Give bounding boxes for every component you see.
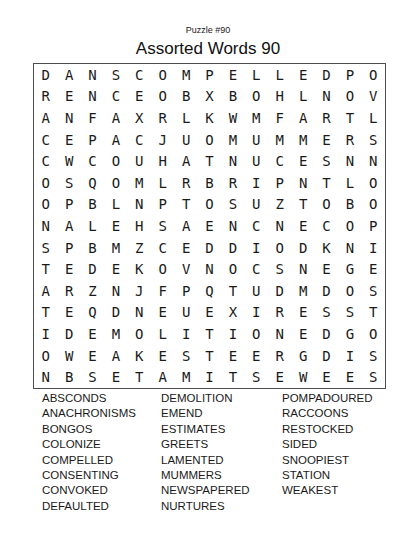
grid-cell-r8c14[interactable]: O <box>338 215 361 237</box>
word-item[interactable]: ESTIMATES <box>161 422 279 437</box>
grid-cell-r8c7[interactable]: A <box>174 215 197 237</box>
grid-cell-r1c9[interactable]: E <box>221 64 244 86</box>
word-item[interactable]: NEWSPAPERED <box>161 483 279 498</box>
word-item[interactable]: DEMOLITION <box>161 391 279 406</box>
grid-cell-r3c6[interactable]: R <box>151 107 174 129</box>
grid-cell-r6c13[interactable]: T <box>315 172 338 194</box>
grid-cell-r12c13[interactable]: S <box>315 302 338 324</box>
grid-cell-r6c6[interactable]: L <box>151 172 174 194</box>
grid-cell-r8c8[interactable]: E <box>198 215 221 237</box>
grid-cell-r12c3[interactable]: Q <box>81 302 104 324</box>
grid-cell-r7c11[interactable]: Z <box>268 194 291 216</box>
grid-cell-r2c5[interactable]: E <box>128 86 151 108</box>
grid-cell-r3c13[interactable]: R <box>315 107 338 129</box>
grid-cell-r14c3[interactable]: E <box>81 345 104 367</box>
grid-cell-r7c14[interactable]: B <box>338 194 361 216</box>
grid-cell-r11c3[interactable]: Z <box>81 280 104 302</box>
grid-cell-r1c13[interactable]: D <box>315 64 338 86</box>
grid-cell-r9c12[interactable]: D <box>291 237 314 259</box>
grid-cell-r3c10[interactable]: M <box>245 107 268 129</box>
grid-cell-r15c7[interactable]: M <box>174 366 197 388</box>
grid-cell-r3c8[interactable]: K <box>198 107 221 129</box>
grid-cell-r3c15[interactable]: L <box>362 107 385 129</box>
grid-cell-r8c12[interactable]: E <box>291 215 314 237</box>
word-item[interactable]: LAMENTED <box>161 453 279 468</box>
grid-cell-r3c1[interactable]: A <box>34 107 57 129</box>
grid-cell-r4c11[interactable]: M <box>268 129 291 151</box>
grid-cell-r11c1[interactable]: A <box>34 280 57 302</box>
grid-cell-r10c3[interactable]: D <box>81 258 104 280</box>
grid-cell-r3c5[interactable]: X <box>128 107 151 129</box>
grid-cell-r10c4[interactable]: E <box>104 258 127 280</box>
grid-cell-r6c10[interactable]: I <box>245 172 268 194</box>
word-item[interactable]: MUMMERS <box>161 468 279 483</box>
grid-cell-r3c4[interactable]: A <box>104 107 127 129</box>
grid-cell-r13c12[interactable]: E <box>291 323 314 345</box>
grid-cell-r7c15[interactable]: O <box>362 194 385 216</box>
grid-cell-r14c12[interactable]: G <box>291 345 314 367</box>
grid-cell-r10c13[interactable]: E <box>315 258 338 280</box>
word-item[interactable]: ABSCONDS <box>42 391 160 406</box>
word-item[interactable]: WEAKEST <box>282 483 400 498</box>
grid-cell-r12c7[interactable]: U <box>174 302 197 324</box>
grid-cell-r9c15[interactable]: I <box>362 237 385 259</box>
grid-cell-r9c9[interactable]: D <box>221 237 244 259</box>
grid-cell-r14c2[interactable]: W <box>57 345 80 367</box>
grid-cell-r12c5[interactable]: N <box>128 302 151 324</box>
grid-cell-r15c11[interactable]: E <box>268 366 291 388</box>
grid-cell-r11c10[interactable]: U <box>245 280 268 302</box>
grid-cell-r10c9[interactable]: O <box>221 258 244 280</box>
grid-cell-r5c4[interactable]: O <box>104 150 127 172</box>
grid-cell-r10c5[interactable]: K <box>128 258 151 280</box>
grid-cell-r1c15[interactable]: O <box>362 64 385 86</box>
grid-cell-r7c7[interactable]: T <box>174 194 197 216</box>
grid-cell-r10c10[interactable]: C <box>245 258 268 280</box>
grid-cell-r8c4[interactable]: E <box>104 215 127 237</box>
grid-cell-r10c1[interactable]: T <box>34 258 57 280</box>
grid-cell-r15c15[interactable]: S <box>362 366 385 388</box>
grid-cell-r9c13[interactable]: K <box>315 237 338 259</box>
grid-cell-r5c11[interactable]: C <box>268 150 291 172</box>
grid-cell-r12c8[interactable]: E <box>198 302 221 324</box>
grid-cell-r15c6[interactable]: A <box>151 366 174 388</box>
grid-cell-r11c2[interactable]: R <box>57 280 80 302</box>
grid-cell-r2c10[interactable]: O <box>245 86 268 108</box>
grid-cell-r1c7[interactable]: M <box>174 64 197 86</box>
grid-cell-r5c1[interactable]: C <box>34 150 57 172</box>
word-item[interactable]: SIDED <box>282 437 400 452</box>
grid-cell-r2c13[interactable]: N <box>315 86 338 108</box>
grid-cell-r13c1[interactable]: I <box>34 323 57 345</box>
grid-cell-r2c4[interactable]: C <box>104 86 127 108</box>
grid-cell-r4c14[interactable]: R <box>338 129 361 151</box>
word-list-column-3: POMPADOUREDRACCOONSRESTOCKEDSIDEDSNOOPIE… <box>282 391 400 499</box>
grid-cell-r6c4[interactable]: O <box>104 172 127 194</box>
grid-cell-r2c8[interactable]: X <box>198 86 221 108</box>
grid-cell-r5c15[interactable]: N <box>362 150 385 172</box>
grid-cell-r1c5[interactable]: C <box>128 64 151 86</box>
word-list-column-2: DEMOLITIONEMENDESTIMATESGREETSLAMENTEDMU… <box>161 391 279 514</box>
grid-cell-r14c7[interactable]: S <box>174 345 197 367</box>
grid-cell-r11c11[interactable]: D <box>268 280 291 302</box>
grid-cell-r2c14[interactable]: O <box>338 86 361 108</box>
grid-cell-r7c4[interactable]: L <box>104 194 127 216</box>
grid-cell-r1c2[interactable]: A <box>57 64 80 86</box>
grid-cell-r10c12[interactable]: N <box>291 258 314 280</box>
grid-cell-r10c2[interactable]: E <box>57 258 80 280</box>
grid-cell-r15c14[interactable]: E <box>338 366 361 388</box>
word-item[interactable]: COMPELLED <box>42 453 160 468</box>
grid-cell-r6c3[interactable]: Q <box>81 172 104 194</box>
grid-cell-r11c13[interactable]: D <box>315 280 338 302</box>
grid-cell-r9c7[interactable]: E <box>174 237 197 259</box>
grid-cell-r1c14[interactable]: P <box>338 64 361 86</box>
grid-cell-r10c7[interactable]: V <box>174 258 197 280</box>
grid-cell-r4c10[interactable]: U <box>245 129 268 151</box>
grid-cell-r2c15[interactable]: V <box>362 86 385 108</box>
grid-cell-r13c9[interactable]: I <box>221 323 244 345</box>
grid-cell-r13c14[interactable]: G <box>338 323 361 345</box>
grid-cell-r5c13[interactable]: S <box>315 150 338 172</box>
puzzle-number-label: Puzzle #90 <box>0 25 416 35</box>
grid-cell-r3c2[interactable]: N <box>57 107 80 129</box>
grid-cell-r12c1[interactable]: T <box>34 302 57 324</box>
grid-cell-r4c15[interactable]: S <box>362 129 385 151</box>
grid-cell-r3c3[interactable]: F <box>81 107 104 129</box>
grid-cell-r9c14[interactable]: N <box>338 237 361 259</box>
grid-cell-r11c4[interactable]: N <box>104 280 127 302</box>
word-item[interactable]: DEFAULTED <box>42 499 160 514</box>
grid-cell-r14c1[interactable]: O <box>34 345 57 367</box>
grid-cell-r3c11[interactable]: F <box>268 107 291 129</box>
grid-cell-r2c2[interactable]: E <box>57 86 80 108</box>
word-item[interactable]: ANACHRONISMS <box>42 406 160 421</box>
grid-cell-r9c8[interactable]: D <box>198 237 221 259</box>
grid-cell-r15c4[interactable]: E <box>104 366 127 388</box>
grid-cell-r7c5[interactable]: N <box>128 194 151 216</box>
grid-cell-r9c4[interactable]: M <box>104 237 127 259</box>
grid-cell-r3c12[interactable]: A <box>291 107 314 129</box>
grid-cell-r11c5[interactable]: J <box>128 280 151 302</box>
grid-cell-r15c1[interactable]: N <box>34 366 57 388</box>
grid-cell-r11c7[interactable]: P <box>174 280 197 302</box>
grid-cell-r9c2[interactable]: P <box>57 237 80 259</box>
grid-cell-r4c6[interactable]: J <box>151 129 174 151</box>
grid-cell-r3c9[interactable]: W <box>221 107 244 129</box>
grid-cell-r11c9[interactable]: T <box>221 280 244 302</box>
grid-cell-r1c12[interactable]: E <box>291 64 314 86</box>
word-item[interactable]: COLONIZE <box>42 437 160 452</box>
grid-cell-r2c1[interactable]: R <box>34 86 57 108</box>
grid-cell-r6c7[interactable]: R <box>174 172 197 194</box>
page-title: Assorted Words 90 <box>0 39 416 59</box>
grid-cell-r1c4[interactable]: S <box>104 64 127 86</box>
grid-cell-r7c3[interactable]: B <box>81 194 104 216</box>
word-item[interactable]: RESTOCKED <box>282 422 400 437</box>
grid-cell-r15c3[interactable]: S <box>81 366 104 388</box>
grid-cell-r4c9[interactable]: M <box>221 129 244 151</box>
grid-cell-r10c11[interactable]: S <box>268 258 291 280</box>
grid-cell-r2c11[interactable]: H <box>268 86 291 108</box>
grid-cell-r14c4[interactable]: A <box>104 345 127 367</box>
grid-cell-r3c14[interactable]: T <box>338 107 361 129</box>
grid-cell-r1c11[interactable]: L <box>268 64 291 86</box>
grid-cell-r9c1[interactable]: S <box>34 237 57 259</box>
grid-cell-r10c6[interactable]: O <box>151 258 174 280</box>
grid-cell-r6c1[interactable]: O <box>34 172 57 194</box>
word-item[interactable]: EMEND <box>161 406 279 421</box>
grid-cell-r4c5[interactable]: C <box>128 129 151 151</box>
grid-cell-r9c5[interactable]: Z <box>128 237 151 259</box>
grid-cell-r7c10[interactable]: U <box>245 194 268 216</box>
grid-cell-r5c12[interactable]: E <box>291 150 314 172</box>
grid-cell-r5c9[interactable]: N <box>221 150 244 172</box>
grid-cell-r12c15[interactable]: T <box>362 302 385 324</box>
puzzle-sheet: Puzzle #90 Assorted Words 90 DANSCOMPELL… <box>0 0 416 539</box>
word-item[interactable]: GREETS <box>161 437 279 452</box>
word-search-grid: DANSCOMPELLEDPORENCEOBXBOHLNOVANFAXRLKWM… <box>33 63 386 389</box>
grid-cell-r14c6[interactable]: E <box>151 345 174 367</box>
grid-cell-r14c8[interactable]: T <box>198 345 221 367</box>
grid-cell-r1c1[interactable]: D <box>34 64 57 86</box>
word-item[interactable]: POMPADOURED <box>282 391 400 406</box>
grid-cell-r9c6[interactable]: C <box>151 237 174 259</box>
grid-cell-r7c8[interactable]: O <box>198 194 221 216</box>
grid-cell-r7c13[interactable]: O <box>315 194 338 216</box>
grid-cell-r13c5[interactable]: O <box>128 323 151 345</box>
word-item[interactable]: NURTURES <box>161 499 279 514</box>
grid-cell-r13c4[interactable]: M <box>104 323 127 345</box>
grid-cell-r12c11[interactable]: R <box>268 302 291 324</box>
grid-cell-r8c9[interactable]: N <box>221 215 244 237</box>
grid-cell-r4c1[interactable]: C <box>34 129 57 151</box>
grid-cell-r15c10[interactable]: S <box>245 366 268 388</box>
grid-cell-r6c5[interactable]: M <box>128 172 151 194</box>
grid-cell-r11c8[interactable]: Q <box>198 280 221 302</box>
grid-cell-r11c12[interactable]: M <box>291 280 314 302</box>
grid-cell-r5c3[interactable]: C <box>81 150 104 172</box>
grid-cell-r3c7[interactable]: L <box>174 107 197 129</box>
grid-cell-r7c1[interactable]: O <box>34 194 57 216</box>
grid-cell-r14c14[interactable]: I <box>338 345 361 367</box>
grid-cell-r6c8[interactable]: B <box>198 172 221 194</box>
grid-cell-r6c12[interactable]: N <box>291 172 314 194</box>
grid-cell-r1c10[interactable]: L <box>245 64 268 86</box>
word-item[interactable]: CONSENTING <box>42 468 160 483</box>
grid-cell-r11c15[interactable]: S <box>362 280 385 302</box>
grid-cell-r14c5[interactable]: K <box>128 345 151 367</box>
grid-cell-r9c11[interactable]: O <box>268 237 291 259</box>
grid-cell-r8c2[interactable]: A <box>57 215 80 237</box>
grid-cell-r1c3[interactable]: N <box>81 64 104 86</box>
grid-cell-r6c9[interactable]: R <box>221 172 244 194</box>
grid-cell-r15c8[interactable]: I <box>198 366 221 388</box>
grid-cell-r5c8[interactable]: T <box>198 150 221 172</box>
word-item[interactable]: RACCOONS <box>282 406 400 421</box>
grid-cell-r13c3[interactable]: E <box>81 323 104 345</box>
grid-cell-r2c6[interactable]: O <box>151 86 174 108</box>
grid-cell-r14c10[interactable]: E <box>245 345 268 367</box>
grid-cell-r1c8[interactable]: P <box>198 64 221 86</box>
grid-cell-r15c9[interactable]: T <box>221 366 244 388</box>
grid-cell-r8c6[interactable]: S <box>151 215 174 237</box>
grid-cell-r6c14[interactable]: L <box>338 172 361 194</box>
grid-cell-r5c2[interactable]: W <box>57 150 80 172</box>
word-item[interactable]: SNOOPIEST <box>282 453 400 468</box>
grid-cell-r13c7[interactable]: I <box>174 323 197 345</box>
grid-cell-r6c15[interactable]: O <box>362 172 385 194</box>
grid-cell-r6c2[interactable]: S <box>57 172 80 194</box>
grid-cell-r7c9[interactable]: S <box>221 194 244 216</box>
grid-cell-r8c13[interactable]: C <box>315 215 338 237</box>
grid-cell-r12c12[interactable]: E <box>291 302 314 324</box>
grid-cell-r2c7[interactable]: B <box>174 86 197 108</box>
grid-cell-r11c6[interactable]: F <box>151 280 174 302</box>
grid-cell-r12c2[interactable]: E <box>57 302 80 324</box>
grid-cell-r2c12[interactable]: L <box>291 86 314 108</box>
grid-cell-r5c5[interactable]: U <box>128 150 151 172</box>
grid-cell-r8c11[interactable]: N <box>268 215 291 237</box>
grid-cell-r15c2[interactable]: B <box>57 366 80 388</box>
grid-cell-r13c11[interactable]: N <box>268 323 291 345</box>
grid-cell-r8c1[interactable]: N <box>34 215 57 237</box>
grid-cell-r2c3[interactable]: N <box>81 86 104 108</box>
grid-cell-r12c9[interactable]: X <box>221 302 244 324</box>
word-item[interactable]: STATION <box>282 468 400 483</box>
grid-cell-r4c13[interactable]: E <box>315 129 338 151</box>
grid-cell-r13c6[interactable]: L <box>151 323 174 345</box>
grid-cell-r8c3[interactable]: L <box>81 215 104 237</box>
grid-cell-r14c9[interactable]: E <box>221 345 244 367</box>
grid-cell-r5c6[interactable]: H <box>151 150 174 172</box>
grid-cell-r4c3[interactable]: P <box>81 129 104 151</box>
grid-cell-r10c14[interactable]: G <box>338 258 361 280</box>
grid-cell-r15c5[interactable]: T <box>128 366 151 388</box>
grid-cell-r13c15[interactable]: O <box>362 323 385 345</box>
grid-cell-r5c7[interactable]: A <box>174 150 197 172</box>
grid-cell-r13c13[interactable]: D <box>315 323 338 345</box>
grid-cell-r10c8[interactable]: N <box>198 258 221 280</box>
grid-cell-r15c13[interactable]: E <box>315 366 338 388</box>
grid-cell-r7c12[interactable]: T <box>291 194 314 216</box>
grid-cell-r14c11[interactable]: R <box>268 345 291 367</box>
grid-cell-r12c6[interactable]: E <box>151 302 174 324</box>
grid-cell-r6c11[interactable]: P <box>268 172 291 194</box>
word-item[interactable]: CONVOKED <box>42 483 160 498</box>
grid-cell-r8c15[interactable]: P <box>362 215 385 237</box>
grid-cell-r9c10[interactable]: I <box>245 237 268 259</box>
grid-cell-r13c8[interactable]: T <box>198 323 221 345</box>
grid-cell-r4c7[interactable]: U <box>174 129 197 151</box>
grid-cell-r12c14[interactable]: S <box>338 302 361 324</box>
grid-cell-r4c2[interactable]: E <box>57 129 80 151</box>
grid-cell-r2c9[interactable]: B <box>221 86 244 108</box>
word-item[interactable]: BONGOS <box>42 422 160 437</box>
grid-cell-r13c10[interactable]: O <box>245 323 268 345</box>
grid-cell-r8c5[interactable]: H <box>128 215 151 237</box>
grid-cell-r11c14[interactable]: O <box>338 280 361 302</box>
grid-cell-r15c12[interactable]: W <box>291 366 314 388</box>
grid-cell-r12c4[interactable]: D <box>104 302 127 324</box>
grid-cell-r7c2[interactable]: P <box>57 194 80 216</box>
grid-cell-r9c3[interactable]: B <box>81 237 104 259</box>
grid-cell-r13c2[interactable]: D <box>57 323 80 345</box>
grid-cell-r14c15[interactable]: S <box>362 345 385 367</box>
grid-cell-r4c4[interactable]: A <box>104 129 127 151</box>
grid-cell-r4c8[interactable]: O <box>198 129 221 151</box>
grid-cell-r10c15[interactable]: E <box>362 258 385 280</box>
word-list-column-1: ABSCONDSANACHRONISMSBONGOSCOLONIZECOMPEL… <box>42 391 160 514</box>
grid-cell-r12c10[interactable]: I <box>245 302 268 324</box>
grid-cell-r14c13[interactable]: D <box>315 345 338 367</box>
grid-cell-r5c10[interactable]: U <box>245 150 268 172</box>
grid-cell-r4c12[interactable]: M <box>291 129 314 151</box>
grid-cell-r8c10[interactable]: C <box>245 215 268 237</box>
grid-cell-r1c6[interactable]: O <box>151 64 174 86</box>
grid-cell-r7c6[interactable]: P <box>151 194 174 216</box>
grid-cell-r5c14[interactable]: N <box>338 150 361 172</box>
